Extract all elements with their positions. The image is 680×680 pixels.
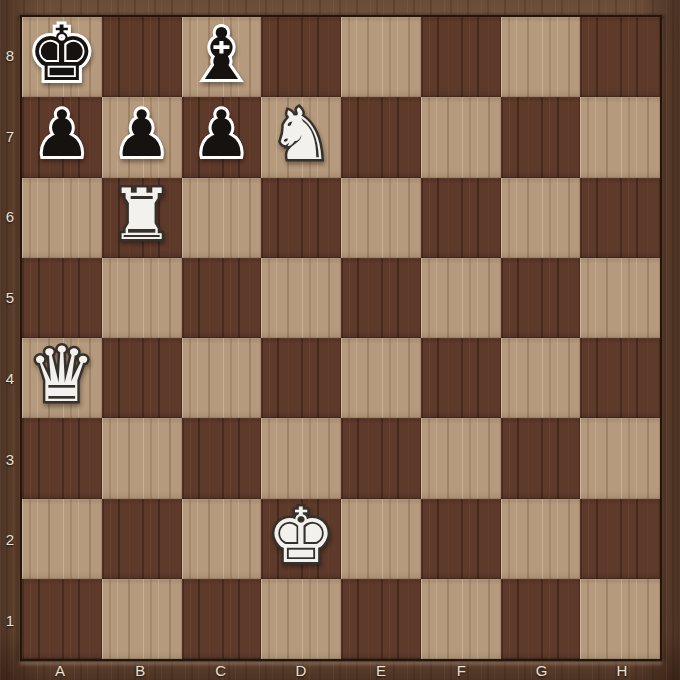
square-c1[interactable] <box>182 579 262 659</box>
square-c6[interactable] <box>182 178 262 258</box>
square-g3[interactable] <box>501 418 581 498</box>
square-d7[interactable] <box>261 97 341 177</box>
piece-black-pawn-c7[interactable] <box>182 97 262 177</box>
piece-black-bishop-c8[interactable] <box>182 17 262 97</box>
square-c2[interactable] <box>182 499 262 579</box>
square-a4[interactable] <box>22 338 102 418</box>
square-g2[interactable] <box>501 499 581 579</box>
file-label-d: D <box>261 661 341 680</box>
rank-label-8: 8 <box>0 15 20 96</box>
square-b8[interactable] <box>102 17 182 97</box>
file-labels: ABCDEFGH <box>20 661 662 680</box>
chess-board-frame: 87654321 ABCDEFGH <box>0 0 680 680</box>
file-label-f: F <box>421 661 501 680</box>
square-b3[interactable] <box>102 418 182 498</box>
square-e7[interactable] <box>341 97 421 177</box>
square-h4[interactable] <box>580 338 660 418</box>
rank-label-4: 4 <box>0 338 20 419</box>
square-f4[interactable] <box>421 338 501 418</box>
piece-black-pawn-b7[interactable] <box>102 97 182 177</box>
square-a8[interactable] <box>22 17 102 97</box>
square-a2[interactable] <box>22 499 102 579</box>
square-f6[interactable] <box>421 178 501 258</box>
square-e4[interactable] <box>341 338 421 418</box>
square-f3[interactable] <box>421 418 501 498</box>
square-b7[interactable] <box>102 97 182 177</box>
square-d2[interactable] <box>261 499 341 579</box>
piece-white-king-d2[interactable] <box>261 499 341 579</box>
file-label-c: C <box>181 661 261 680</box>
square-f2[interactable] <box>421 499 501 579</box>
square-b5[interactable] <box>102 258 182 338</box>
square-h8[interactable] <box>580 17 660 97</box>
square-g5[interactable] <box>501 258 581 338</box>
square-c4[interactable] <box>182 338 262 418</box>
square-e1[interactable] <box>341 579 421 659</box>
rank-label-7: 7 <box>0 96 20 177</box>
square-h2[interactable] <box>580 499 660 579</box>
piece-black-pawn-a7[interactable] <box>22 97 102 177</box>
file-label-e: E <box>341 661 421 680</box>
square-d1[interactable] <box>261 579 341 659</box>
file-label-g: G <box>502 661 582 680</box>
file-label-a: A <box>20 661 100 680</box>
file-label-h: H <box>582 661 662 680</box>
square-d6[interactable] <box>261 178 341 258</box>
square-d3[interactable] <box>261 418 341 498</box>
square-g7[interactable] <box>501 97 581 177</box>
square-h6[interactable] <box>580 178 660 258</box>
square-h3[interactable] <box>580 418 660 498</box>
square-c5[interactable] <box>182 258 262 338</box>
square-a6[interactable] <box>22 178 102 258</box>
square-e6[interactable] <box>341 178 421 258</box>
square-e3[interactable] <box>341 418 421 498</box>
square-c7[interactable] <box>182 97 262 177</box>
square-c3[interactable] <box>182 418 262 498</box>
square-a1[interactable] <box>22 579 102 659</box>
square-g1[interactable] <box>501 579 581 659</box>
square-d4[interactable] <box>261 338 341 418</box>
square-b2[interactable] <box>102 499 182 579</box>
piece-white-knight-d7[interactable] <box>261 97 341 177</box>
file-label-b: B <box>100 661 180 680</box>
square-h5[interactable] <box>580 258 660 338</box>
rank-label-1: 1 <box>0 580 20 661</box>
square-a3[interactable] <box>22 418 102 498</box>
square-e8[interactable] <box>341 17 421 97</box>
rank-label-3: 3 <box>0 419 20 500</box>
square-b6[interactable] <box>102 178 182 258</box>
square-g6[interactable] <box>501 178 581 258</box>
square-e5[interactable] <box>341 258 421 338</box>
chess-board <box>20 15 662 661</box>
square-g4[interactable] <box>501 338 581 418</box>
square-g8[interactable] <box>501 17 581 97</box>
square-d8[interactable] <box>261 17 341 97</box>
piece-black-king-a8[interactable] <box>22 17 102 97</box>
piece-white-rook-b6[interactable] <box>102 178 182 258</box>
square-h7[interactable] <box>580 97 660 177</box>
square-f7[interactable] <box>421 97 501 177</box>
rank-label-5: 5 <box>0 257 20 338</box>
rank-labels: 87654321 <box>0 15 20 661</box>
square-h1[interactable] <box>580 579 660 659</box>
square-f5[interactable] <box>421 258 501 338</box>
square-c8[interactable] <box>182 17 262 97</box>
rank-label-6: 6 <box>0 177 20 258</box>
square-b1[interactable] <box>102 579 182 659</box>
square-e2[interactable] <box>341 499 421 579</box>
square-b4[interactable] <box>102 338 182 418</box>
square-d5[interactable] <box>261 258 341 338</box>
square-a7[interactable] <box>22 97 102 177</box>
square-f8[interactable] <box>421 17 501 97</box>
piece-white-queen-a4[interactable] <box>22 338 102 418</box>
square-a5[interactable] <box>22 258 102 338</box>
rank-label-2: 2 <box>0 500 20 581</box>
square-f1[interactable] <box>421 579 501 659</box>
